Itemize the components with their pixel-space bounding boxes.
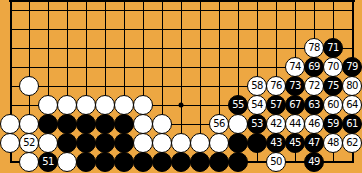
stone-white[interactable]: 72 [304,76,324,96]
move-number: 44 [289,119,301,129]
go-board-diagram: 7871746970795876737275805554576763606456… [0,0,362,173]
stone-white[interactable] [133,114,153,134]
stone-black[interactable]: 67 [285,95,305,115]
stone-white[interactable]: 58 [247,76,267,96]
stone-white[interactable] [209,133,229,153]
move-number: 49 [308,157,320,167]
move-number: 72 [308,81,320,91]
stone-black[interactable] [95,114,115,134]
stone-white[interactable]: 52 [19,133,39,153]
stone-black[interactable]: 45 [285,133,305,153]
stone-white[interactable] [152,114,172,134]
stone-white[interactable] [0,114,20,134]
move-number: 80 [346,81,358,91]
stone-black[interactable] [57,114,77,134]
stone-white[interactable]: 54 [247,95,267,115]
stone-black[interactable] [228,133,248,153]
stone-black[interactable]: 63 [304,95,324,115]
stone-white[interactable]: 42 [266,114,286,134]
move-number: 74 [289,62,301,72]
move-number: 55 [232,100,244,110]
stone-white[interactable] [171,133,191,153]
move-number: 79 [346,62,358,72]
stone-black[interactable] [95,133,115,153]
move-number: 50 [270,157,282,167]
move-number: 57 [270,100,282,110]
go-board[interactable]: 7871746970795876737275805554576763606456… [1,1,362,172]
stone-black[interactable] [228,152,248,172]
stone-black[interactable]: 59 [323,114,343,134]
stone-black[interactable]: 75 [323,76,343,96]
move-number: 76 [270,81,282,91]
stone-black[interactable]: 57 [266,95,286,115]
move-number: 67 [289,100,301,110]
stone-black[interactable]: 69 [304,57,324,77]
stone-black[interactable] [76,114,96,134]
stone-white[interactable]: 64 [342,95,362,115]
stone-white[interactable] [57,152,77,172]
stone-white[interactable] [133,133,153,153]
stone-white[interactable] [38,133,58,153]
stone-white[interactable]: 46 [304,114,324,134]
move-number: 75 [327,81,339,91]
stone-black[interactable] [38,114,58,134]
move-number: 70 [327,62,339,72]
move-number: 58 [251,81,263,91]
stone-black[interactable] [190,152,210,172]
stone-black[interactable]: 61 [342,114,362,134]
stone-black[interactable]: 53 [247,114,267,134]
stone-black[interactable] [133,152,153,172]
stone-white[interactable] [38,95,58,115]
stone-black[interactable] [95,152,115,172]
stone-white[interactable] [152,133,172,153]
move-number: 59 [327,119,339,129]
move-number: 78 [308,43,320,53]
stone-white[interactable] [114,95,134,115]
move-number: 64 [346,100,358,110]
stone-white[interactable] [19,152,39,172]
stone-black[interactable] [247,133,267,153]
stone-black[interactable] [152,152,172,172]
stone-white[interactable]: 70 [323,57,343,77]
stone-black[interactable] [209,152,229,172]
stone-white[interactable]: 74 [285,57,305,77]
stone-black[interactable]: 79 [342,57,362,77]
stone-white[interactable] [19,76,39,96]
stone-black[interactable]: 51 [38,152,58,172]
move-number: 63 [308,100,320,110]
move-number: 48 [327,138,339,148]
stone-black[interactable] [171,152,191,172]
move-number: 52 [23,138,35,148]
stone-white[interactable]: 50 [266,152,286,172]
move-number: 56 [213,119,225,129]
move-number: 54 [251,100,263,110]
stone-white[interactable] [19,114,39,134]
stone-black[interactable]: 49 [304,152,324,172]
stone-black[interactable]: 55 [228,95,248,115]
move-number: 71 [327,43,339,53]
move-number: 62 [346,138,358,148]
move-number: 60 [327,100,339,110]
move-number: 69 [308,62,320,72]
move-number: 43 [270,138,282,148]
stone-white[interactable] [0,133,20,153]
stone-white[interactable]: 78 [304,38,324,58]
stone-white[interactable] [190,133,210,153]
move-number: 45 [289,138,301,148]
stone-black[interactable] [76,133,96,153]
stone-white[interactable]: 60 [323,95,343,115]
stone-white[interactable]: 80 [342,76,362,96]
move-number: 51 [42,157,54,167]
move-number: 53 [251,119,263,129]
stone-white[interactable]: 62 [342,133,362,153]
stone-black[interactable] [114,152,134,172]
stone-black[interactable] [114,114,134,134]
move-number: 47 [308,138,320,148]
stone-white[interactable] [57,95,77,115]
stone-black[interactable]: 47 [304,133,324,153]
stone-black[interactable]: 71 [323,38,343,58]
stone-white[interactable]: 56 [209,114,229,134]
move-number: 73 [289,81,301,91]
stone-black[interactable]: 43 [266,133,286,153]
stone-white[interactable] [95,95,115,115]
stone-white[interactable]: 44 [285,114,305,134]
stone-white[interactable] [133,95,153,115]
stone-black[interactable]: 73 [285,76,305,96]
stone-white[interactable] [76,95,96,115]
move-number: 61 [346,119,358,129]
move-number: 46 [308,119,320,129]
stone-white[interactable]: 48 [323,133,343,153]
stone-black[interactable] [57,133,77,153]
move-number: 42 [270,119,282,129]
stone-black[interactable] [76,152,96,172]
stone-white[interactable] [228,114,248,134]
stone-white[interactable]: 76 [266,76,286,96]
stone-black[interactable] [114,133,134,153]
